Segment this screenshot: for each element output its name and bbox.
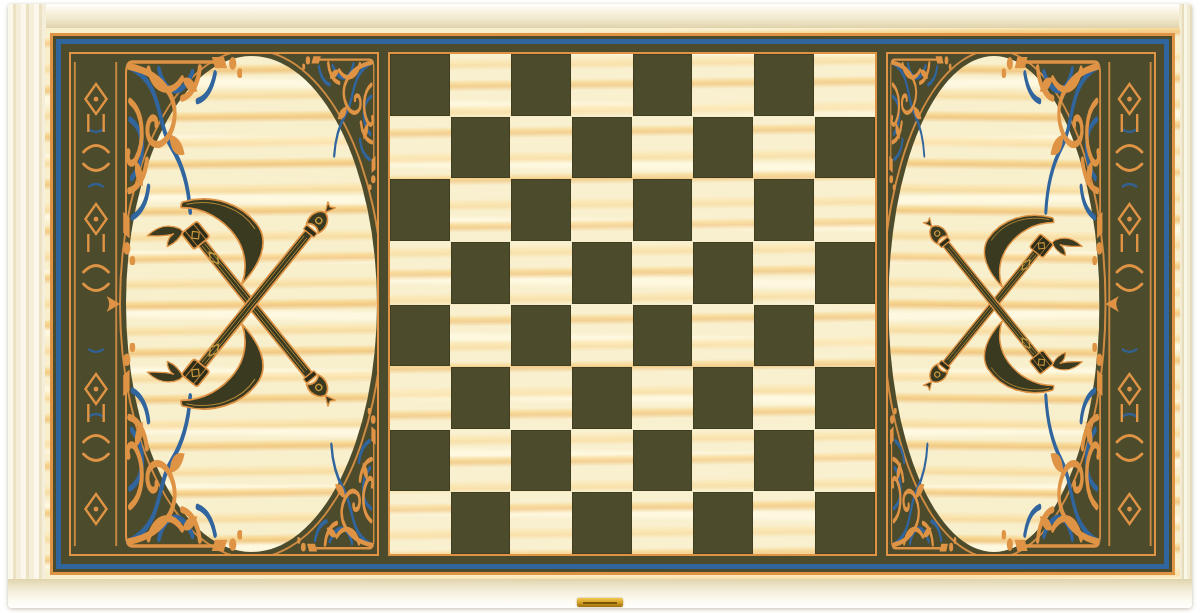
square-h5 — [815, 242, 875, 304]
square-a7 — [390, 117, 450, 179]
square-c4 — [511, 305, 571, 367]
square-a8 — [390, 54, 450, 116]
square-f7 — [693, 117, 753, 179]
square-g6 — [754, 179, 814, 241]
decorative-panel-left — [69, 52, 379, 556]
square-b3 — [451, 367, 511, 429]
panel-divider — [379, 52, 388, 556]
panel-oval-zone — [121, 54, 377, 554]
square-d2 — [572, 430, 632, 492]
square-h8 — [815, 54, 875, 116]
frame-olive-band-inner — [61, 44, 1164, 564]
square-d3 — [572, 367, 632, 429]
frame-blue-stripe — [56, 39, 1169, 569]
square-g7 — [754, 117, 814, 179]
square-h2 — [815, 430, 875, 492]
square-e6 — [633, 179, 693, 241]
square-d6 — [572, 179, 632, 241]
frame-olive-band-outer — [53, 36, 1172, 572]
crossed-axes-icon — [134, 89, 364, 519]
square-f4 — [693, 305, 753, 367]
panel-divider — [877, 52, 886, 556]
square-h7 — [815, 117, 875, 179]
decorative-panel-right — [886, 52, 1156, 556]
panel-right-art — [888, 54, 1154, 554]
ornament-strip — [71, 54, 121, 554]
square-b6 — [451, 179, 511, 241]
panel-left-art — [71, 54, 377, 554]
square-h3 — [815, 367, 875, 429]
square-d8 — [572, 54, 632, 116]
square-g3 — [754, 367, 814, 429]
square-g2 — [754, 430, 814, 492]
square-c5 — [511, 242, 571, 304]
square-g5 — [754, 242, 814, 304]
ornament-strip — [1104, 54, 1154, 554]
square-g1 — [754, 492, 814, 554]
square-f6 — [693, 179, 753, 241]
square-c2 — [511, 430, 571, 492]
square-e7 — [633, 117, 693, 179]
square-c8 — [511, 54, 571, 116]
square-f3 — [693, 367, 753, 429]
square-d1 — [572, 492, 632, 554]
square-b8 — [451, 54, 511, 116]
square-e8 — [633, 54, 693, 116]
lid-content — [69, 52, 1156, 556]
square-h4 — [815, 305, 875, 367]
square-f2 — [693, 430, 753, 492]
square-a6 — [390, 179, 450, 241]
box-edge-top — [8, 4, 1192, 29]
square-b2 — [451, 430, 511, 492]
square-f5 — [693, 242, 753, 304]
square-h6 — [815, 179, 875, 241]
square-b4 — [451, 305, 511, 367]
square-a5 — [390, 242, 450, 304]
square-c1 — [511, 492, 571, 554]
box-front-edge — [8, 579, 1192, 608]
chain-ornament-icon — [1104, 54, 1154, 554]
box-edge-right — [1179, 4, 1192, 579]
square-e5 — [633, 242, 693, 304]
square-c7 — [511, 117, 571, 179]
square-g4 — [754, 305, 814, 367]
chain-ornament-icon — [71, 54, 121, 554]
crossed-axes-icon — [898, 89, 1093, 519]
box-edge-left — [8, 4, 46, 579]
square-d5 — [572, 242, 632, 304]
product-photo — [0, 0, 1200, 613]
square-e1 — [633, 492, 693, 554]
square-e2 — [633, 430, 693, 492]
square-a3 — [390, 367, 450, 429]
square-d4 — [572, 305, 632, 367]
square-a4 — [390, 305, 450, 367]
square-f1 — [693, 492, 753, 554]
square-b5 — [451, 242, 511, 304]
panel-oval-zone — [888, 54, 1104, 554]
square-h1 — [815, 492, 875, 554]
box-lid-face — [45, 28, 1180, 580]
clasp-icon — [577, 598, 623, 607]
square-f8 — [693, 54, 753, 116]
square-g8 — [754, 54, 814, 116]
square-b7 — [451, 117, 511, 179]
square-b1 — [451, 492, 511, 554]
game-box — [8, 4, 1192, 608]
frame-outer-orange-line — [50, 33, 1175, 575]
square-a1 — [390, 492, 450, 554]
square-e4 — [633, 305, 693, 367]
square-c3 — [511, 367, 571, 429]
square-e3 — [633, 367, 693, 429]
chessboard-frame — [388, 52, 876, 556]
square-a2 — [390, 430, 450, 492]
square-d7 — [572, 117, 632, 179]
chessboard — [390, 54, 874, 554]
square-c6 — [511, 179, 571, 241]
